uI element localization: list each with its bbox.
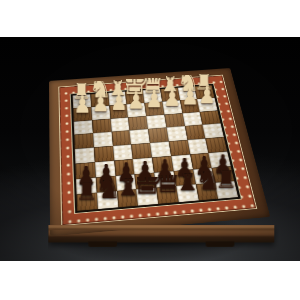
white-pawn-icon: ♟: [110, 92, 128, 112]
black-rook-icon: ♜: [76, 176, 99, 203]
white-pawn-f2: ♟: [110, 93, 128, 112]
white-pawn-h2: ♟: [74, 95, 92, 114]
board-foot-left: [88, 241, 117, 247]
white-pawn-icon: ♟: [163, 88, 181, 108]
white-pawn-g2: ♟: [92, 94, 110, 113]
white-pawn-e2: ♟: [128, 91, 146, 110]
white-pawn-icon: ♟: [128, 90, 146, 110]
black-knight-g8: ♞: [97, 180, 117, 202]
white-pawn-icon: ♟: [199, 85, 216, 105]
page-background: ♜♞♝♛♚♝♞♜♟♟♟♟♟♟♟♟♟♟♟♟♟♟♟♟♜♞♝♛♚♝♞♜: [0, 0, 300, 300]
perspective-scene: ♜♞♝♛♚♝♞♜♟♟♟♟♟♟♟♟♟♟♟♟♟♟♟♟♜♞♝♛♚♝♞♜: [0, 37, 300, 261]
chess-set-photo: ♜♞♝♛♚♝♞♜♟♟♟♟♟♟♟♟♟♟♟♟♟♟♟♟♜♞♝♛♚♝♞♜: [0, 37, 300, 261]
black-rook-h8: ♜: [77, 181, 97, 203]
white-pawn-a2: ♟: [199, 86, 217, 105]
white-pawn-d2: ♟: [145, 90, 163, 109]
chess-board: ♜♞♝♛♚♝♞♜♟♟♟♟♟♟♟♟♟♟♟♟♟♟♟♟♜♞♝♛♚♝♞♜: [51, 69, 268, 234]
board-foot-right: [206, 241, 235, 247]
board-grid: ♜♞♝♛♚♝♞♜♟♟♟♟♟♟♟♟♟♟♟♟♟♟♟♟♜♞♝♛♚♝♞♜: [73, 85, 239, 211]
white-pawn-icon: ♟: [146, 89, 164, 109]
white-pawn-b2: ♟: [181, 87, 199, 106]
white-pawn-icon: ♟: [74, 94, 92, 114]
white-pawn-icon: ♟: [181, 86, 199, 106]
white-pawn-icon: ♟: [92, 93, 110, 113]
white-pawn-c2: ♟: [163, 89, 181, 108]
